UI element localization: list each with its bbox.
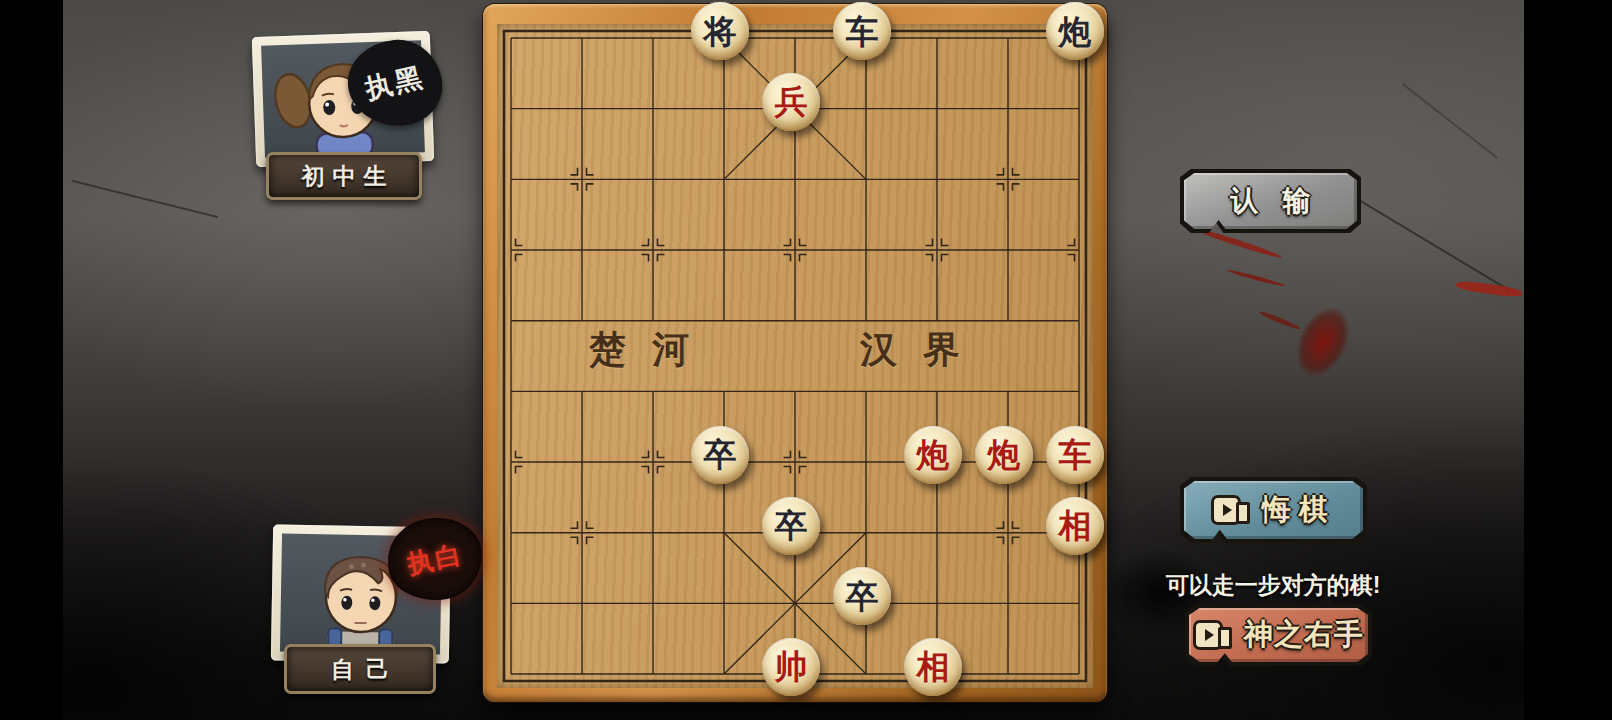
piece-glyph: 相: [917, 650, 950, 683]
pieces-layer: 将车炮兵卒炮炮车卒相卒帅相: [476, 3, 1115, 710]
piece-glyph: 车: [1059, 438, 1092, 471]
piece-black-general[interactable]: 将: [691, 2, 749, 60]
piece-black-soldier[interactable]: 卒: [691, 426, 749, 484]
piece-glyph: 卒: [775, 509, 808, 542]
game-screen: 楚河 汉界 将车炮兵卒炮炮车卒相卒帅相 执黑 初中生: [0, 0, 1612, 720]
piece-red-elephant[interactable]: 相: [1046, 497, 1104, 555]
piece-red-cannon[interactable]: 炮: [904, 426, 962, 484]
stamp-text: 执白: [404, 536, 466, 581]
piece-red-general[interactable]: 帅: [762, 638, 820, 696]
resign-label: 认输: [1231, 182, 1335, 220]
piece-glyph: 卒: [846, 580, 879, 613]
piece-black-chariot[interactable]: 车: [833, 2, 891, 60]
resign-button[interactable]: 认输: [1180, 169, 1361, 233]
power-label: 神之右手: [1244, 615, 1364, 655]
piece-black-soldier[interactable]: 卒: [762, 497, 820, 555]
opponent-name-plate: 初中生: [266, 152, 422, 200]
piece-red-cannon[interactable]: 炮: [975, 426, 1033, 484]
piece-glyph: 兵: [775, 85, 808, 118]
piece-glyph: 炮: [917, 438, 950, 471]
letterbox-right: [1524, 0, 1612, 720]
self-name: 自己: [331, 654, 401, 685]
piece-glyph: 炮: [988, 438, 1021, 471]
xiangqi-board[interactable]: 楚河 汉界 将车炮兵卒炮炮车卒相卒帅相: [483, 4, 1107, 702]
letterbox-left: [0, 0, 63, 720]
piece-glyph: 车: [846, 15, 879, 48]
power-tip-text: 可以走一步对方的棋!: [1156, 570, 1390, 601]
gods-right-hand-button[interactable]: 神之右手: [1185, 604, 1372, 666]
opponent-name: 初中生: [302, 161, 395, 192]
stamp-text: 执黑: [362, 59, 429, 108]
piece-glyph: 相: [1059, 509, 1092, 542]
self-name-plate: 自己: [284, 644, 436, 694]
undo-button[interactable]: 悔棋: [1180, 477, 1367, 543]
piece-glyph: 卒: [704, 438, 737, 471]
board-surface[interactable]: 楚河 汉界 将车炮兵卒炮炮车卒相卒帅相: [497, 24, 1093, 688]
video-ad-icon: [1193, 620, 1235, 650]
piece-glyph: 帅: [775, 650, 808, 683]
piece-glyph: 将: [704, 15, 737, 48]
video-ad-icon: [1211, 495, 1253, 525]
piece-red-chariot[interactable]: 车: [1046, 426, 1104, 484]
piece-red-elephant[interactable]: 相: [904, 638, 962, 696]
undo-label: 悔棋: [1262, 490, 1336, 530]
piece-black-cannon[interactable]: 炮: [1046, 2, 1104, 60]
piece-black-soldier[interactable]: 卒: [833, 567, 891, 625]
piece-red-soldier[interactable]: 兵: [762, 73, 820, 131]
piece-glyph: 炮: [1059, 15, 1092, 48]
